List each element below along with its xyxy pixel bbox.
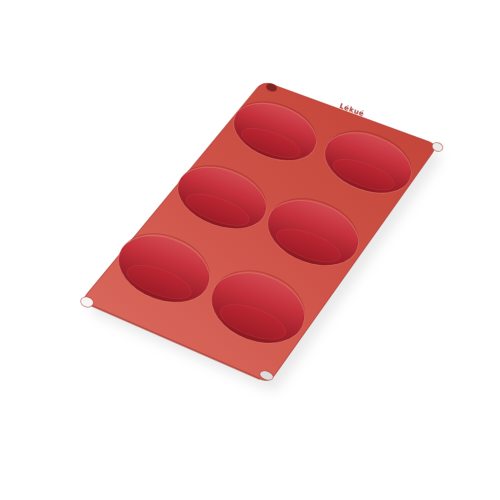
muffin-mold-illustration: Red six-cavity silicone muffin baking mo… — [0, 0, 500, 500]
product-photo: Red six-cavity silicone muffin baking mo… — [0, 0, 500, 500]
